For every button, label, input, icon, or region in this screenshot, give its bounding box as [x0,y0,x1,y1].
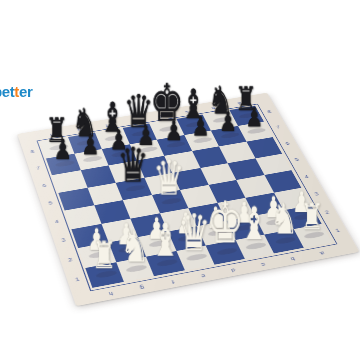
piece-shadow-g8 [212,116,232,123]
piece-shadow-h8 [238,112,258,119]
black-rook-a8: ♜ [26,114,88,148]
black-knight-icon: ♞ [71,104,97,143]
white-pawn-icon: ♟ [87,225,107,255]
white-rook-h1: ♜ [279,199,345,235]
black-queen-icon: ♛ [118,141,150,189]
black-pawn-d7: ♟ [116,123,178,150]
piece-shadow-h2 [293,212,315,221]
piece-shadow-b1 [125,264,148,273]
logo-letter-1: e [2,83,10,100]
logo-letter-4: e [19,83,27,100]
piece-shadow-d7 [138,146,159,154]
white-knight-icon: ♞ [269,198,297,241]
white-pawn-icon: ♟ [235,199,254,228]
black-knight-icon: ♞ [207,82,233,121]
piece-shadow-b8 [76,139,96,147]
black-king-e8: ♚ [136,78,197,129]
piece-shadow-d4 [161,197,183,205]
better-logo: better [0,83,32,100]
piece-shadow-e2 [207,228,229,237]
piece-shadow-c5 [125,184,146,192]
black-king-icon: ♚ [149,78,183,129]
white-bishop-icon: ♝ [150,218,180,264]
white-queen-d1: ♛ [161,207,229,258]
black-pawn-b7: ♟ [60,132,122,159]
white-queen-icon: ♛ [178,207,212,258]
black-pawn-icon: ♟ [192,114,210,141]
white-bishop-icon: ♝ [239,202,269,247]
black-pawn-icon: ♟ [82,132,100,159]
black-rook-icon: ♜ [46,114,68,148]
chess-board: abcdefgh abcdefgh 87654321 87654321 ♜♞♝♛… [17,93,359,306]
piece-shadow-a1 [95,270,118,279]
white-rook-icon: ♜ [92,237,117,274]
black-pawn-a7: ♟ [32,137,95,164]
logo-letter-5: r [27,83,32,100]
white-pawn-icon: ♟ [264,193,283,222]
piece-shadow-c8 [104,134,124,141]
black-pawn-icon: ♟ [138,123,156,150]
piece-shadow-g7 [220,132,241,139]
black-pawn-icon: ♟ [165,118,183,145]
white-bishop-c1: ♝ [131,218,199,264]
black-knight-g8: ♞ [190,82,250,121]
white-pawn-f2: ♟ [212,199,278,228]
piece-shadow-h7 [247,127,267,134]
white-pawn-icon: ♟ [293,188,312,217]
piece-shadow-a8 [48,144,69,152]
black-rook-icon: ♜ [235,83,257,116]
piece-shadow-f2 [236,223,258,232]
white-pawn-c2: ♟ [123,215,190,244]
white-pawn-icon: ♟ [177,209,196,238]
black-pawn-icon: ♟ [219,109,237,136]
white-bishop-f1: ♝ [221,202,288,247]
product-photo: better abcdefgh abcdefgh 87654321 876543… [0,0,360,360]
white-pawn-e2: ♟ [183,204,249,233]
piece-shadow-f1 [245,242,268,251]
board-scene: abcdefgh abcdefgh 87654321 87654321 ♜♞♝♛… [0,0,360,360]
piece-shadow-g1 [274,236,296,245]
piece-shadow-a2 [88,250,110,259]
black-rook-h8: ♜ [216,83,276,116]
white-pawn-g2: ♟ [241,193,307,222]
piece-shadow-c2 [148,239,170,248]
piece-shadow-b2 [118,245,140,254]
piece-shadow-c1 [156,258,179,267]
piece-shadow-d1 [186,253,209,262]
piece-shadow-h1 [303,231,325,240]
piece-shadow-f7 [193,137,214,145]
white-knight-b1: ♞ [101,225,169,269]
white-rook-a1: ♜ [70,237,139,274]
white-pawn-icon: ♟ [117,220,137,249]
piece-shadow-e1 [216,247,239,256]
piece-shadow-e8 [158,125,178,132]
black-pawn-icon: ♟ [246,105,264,132]
board-mat: abcdefgh abcdefgh 87654321 87654321 ♜♞♝♛… [17,93,359,306]
white-pawn-d2: ♟ [153,209,220,238]
black-queen-d8: ♛ [109,88,170,134]
white-king-e1: ♚ [191,195,258,252]
black-bishop-f8: ♝ [163,84,224,125]
white-pawn-icon: ♟ [147,215,166,244]
black-knight-b8: ♞ [54,104,115,143]
black-bishop-icon: ♝ [180,84,207,125]
black-pawn-f7: ♟ [171,114,232,141]
black-pawn-icon: ♟ [110,127,128,154]
black-queen-icon: ♛ [124,88,154,134]
white-pawn-icon: ♟ [206,204,225,233]
black-bishop-icon: ♝ [98,97,125,138]
black-bishop-c8: ♝ [81,97,142,138]
piece-shadow-g2 [265,218,287,227]
white-pawn-a2: ♟ [63,225,130,255]
white-knight-g1: ♞ [250,198,317,241]
